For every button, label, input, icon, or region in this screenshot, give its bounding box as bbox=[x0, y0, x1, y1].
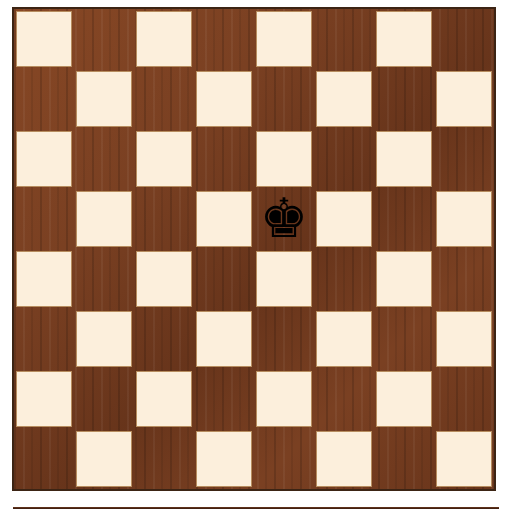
square-d2[interactable] bbox=[194, 369, 254, 429]
square-g8[interactable] bbox=[374, 9, 434, 69]
square-h5[interactable] bbox=[434, 189, 494, 249]
square-h8[interactable] bbox=[434, 9, 494, 69]
square-c7[interactable] bbox=[134, 69, 194, 129]
square-f3[interactable] bbox=[314, 309, 374, 369]
square-b4[interactable] bbox=[74, 249, 134, 309]
square-b6[interactable] bbox=[74, 129, 134, 189]
square-b5[interactable] bbox=[74, 189, 134, 249]
square-c1[interactable] bbox=[134, 429, 194, 489]
square-f6[interactable] bbox=[314, 129, 374, 189]
square-h6[interactable] bbox=[434, 129, 494, 189]
square-g3[interactable] bbox=[374, 309, 434, 369]
square-e4[interactable] bbox=[254, 249, 314, 309]
chess-board-grid: ♚ bbox=[14, 9, 494, 489]
square-a4[interactable] bbox=[14, 249, 74, 309]
black-king[interactable]: ♚ bbox=[254, 189, 314, 249]
square-b1[interactable] bbox=[74, 429, 134, 489]
square-c5[interactable] bbox=[134, 189, 194, 249]
square-g5[interactable] bbox=[374, 189, 434, 249]
square-f4[interactable] bbox=[314, 249, 374, 309]
square-c6[interactable] bbox=[134, 129, 194, 189]
square-b2[interactable] bbox=[74, 369, 134, 429]
square-b3[interactable] bbox=[74, 309, 134, 369]
square-a7[interactable] bbox=[14, 69, 74, 129]
square-d5[interactable] bbox=[194, 189, 254, 249]
square-e2[interactable] bbox=[254, 369, 314, 429]
square-f1[interactable] bbox=[314, 429, 374, 489]
square-d1[interactable] bbox=[194, 429, 254, 489]
square-f5[interactable] bbox=[314, 189, 374, 249]
next-board-edge-line bbox=[13, 507, 499, 509]
square-h3[interactable] bbox=[434, 309, 494, 369]
square-d3[interactable] bbox=[194, 309, 254, 369]
square-e5[interactable]: ♚ bbox=[254, 189, 314, 249]
square-c3[interactable] bbox=[134, 309, 194, 369]
square-f2[interactable] bbox=[314, 369, 374, 429]
square-c8[interactable] bbox=[134, 9, 194, 69]
square-a3[interactable] bbox=[14, 309, 74, 369]
square-b7[interactable] bbox=[74, 69, 134, 129]
square-a1[interactable] bbox=[14, 429, 74, 489]
square-h4[interactable] bbox=[434, 249, 494, 309]
square-g2[interactable] bbox=[374, 369, 434, 429]
square-e3[interactable] bbox=[254, 309, 314, 369]
square-f7[interactable] bbox=[314, 69, 374, 129]
square-g1[interactable] bbox=[374, 429, 434, 489]
square-e6[interactable] bbox=[254, 129, 314, 189]
square-e8[interactable] bbox=[254, 9, 314, 69]
square-d4[interactable] bbox=[194, 249, 254, 309]
square-a2[interactable] bbox=[14, 369, 74, 429]
square-b8[interactable] bbox=[74, 9, 134, 69]
square-h7[interactable] bbox=[434, 69, 494, 129]
square-a6[interactable] bbox=[14, 129, 74, 189]
square-h1[interactable] bbox=[434, 429, 494, 489]
square-d8[interactable] bbox=[194, 9, 254, 69]
square-a5[interactable] bbox=[14, 189, 74, 249]
square-g4[interactable] bbox=[374, 249, 434, 309]
square-g6[interactable] bbox=[374, 129, 434, 189]
square-g7[interactable] bbox=[374, 69, 434, 129]
square-d7[interactable] bbox=[194, 69, 254, 129]
square-c4[interactable] bbox=[134, 249, 194, 309]
square-f8[interactable] bbox=[314, 9, 374, 69]
square-e1[interactable] bbox=[254, 429, 314, 489]
square-c2[interactable] bbox=[134, 369, 194, 429]
square-e7[interactable] bbox=[254, 69, 314, 129]
chess-board: ♚ bbox=[12, 7, 496, 491]
square-a8[interactable] bbox=[14, 9, 74, 69]
square-d6[interactable] bbox=[194, 129, 254, 189]
square-h2[interactable] bbox=[434, 369, 494, 429]
